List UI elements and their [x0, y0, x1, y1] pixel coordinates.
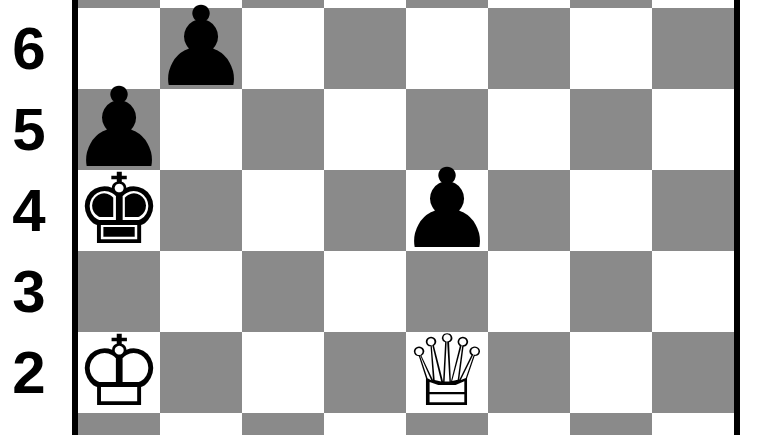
square-f1[interactable]: [488, 413, 570, 435]
square-h6[interactable]: [652, 8, 734, 89]
white-queen-piece: ♕: [403, 322, 491, 420]
square-g7[interactable]: [570, 0, 652, 8]
square-a4[interactable]: ♚: [78, 170, 160, 251]
square-e7[interactable]: [406, 0, 488, 8]
square-a2[interactable]: ♔: [78, 332, 160, 413]
square-a6[interactable]: [78, 8, 160, 89]
square-g2[interactable]: [570, 332, 652, 413]
square-b6[interactable]: ♟: [160, 8, 242, 89]
square-c2[interactable]: [242, 332, 324, 413]
square-h2[interactable]: [652, 332, 734, 413]
square-f4[interactable]: [488, 170, 570, 251]
black-pawn-piece: ♟: [70, 73, 169, 183]
square-f2[interactable]: [488, 332, 570, 413]
square-b3[interactable]: [160, 251, 242, 332]
square-e5[interactable]: [406, 89, 488, 170]
square-e2[interactable]: ♕: [406, 332, 488, 413]
square-c1[interactable]: [242, 413, 324, 435]
square-h3[interactable]: [652, 251, 734, 332]
square-d2[interactable]: [324, 332, 406, 413]
square-b2[interactable]: [160, 332, 242, 413]
square-b1[interactable]: [160, 413, 242, 435]
square-g6[interactable]: [570, 8, 652, 89]
square-f7[interactable]: [488, 0, 570, 8]
black-pawn-piece: ♟: [152, 0, 251, 102]
square-f6[interactable]: [488, 8, 570, 89]
square-e4[interactable]: ♟: [406, 170, 488, 251]
square-g5[interactable]: [570, 89, 652, 170]
square-d4[interactable]: [324, 170, 406, 251]
white-king-piece: ♔: [75, 322, 163, 420]
square-d1[interactable]: [324, 413, 406, 435]
square-d6[interactable]: [324, 8, 406, 89]
square-f5[interactable]: [488, 89, 570, 170]
rank-label-3: 3: [0, 251, 72, 332]
square-a5[interactable]: ♟: [78, 89, 160, 170]
square-d3[interactable]: [324, 251, 406, 332]
square-e6[interactable]: [406, 8, 488, 89]
rank-label-5: 5: [0, 89, 72, 170]
square-g3[interactable]: [570, 251, 652, 332]
square-h5[interactable]: [652, 89, 734, 170]
square-d7[interactable]: [324, 0, 406, 8]
square-e1[interactable]: [406, 413, 488, 435]
square-c3[interactable]: [242, 251, 324, 332]
square-c7[interactable]: [242, 0, 324, 8]
rank-label-6: 6: [0, 8, 72, 89]
square-c6[interactable]: [242, 8, 324, 89]
square-h7[interactable]: [652, 0, 734, 8]
square-b7[interactable]: [160, 0, 242, 8]
square-e3[interactable]: [406, 251, 488, 332]
rank-label-2: 2: [0, 332, 72, 413]
square-a7[interactable]: [78, 0, 160, 8]
square-h4[interactable]: [652, 170, 734, 251]
rank-label-4: 4: [0, 170, 72, 251]
square-d5[interactable]: [324, 89, 406, 170]
square-g4[interactable]: [570, 170, 652, 251]
square-b4[interactable]: [160, 170, 242, 251]
chess-board: ♟♟♚♟♔♕: [72, 0, 740, 435]
square-c4[interactable]: [242, 170, 324, 251]
black-pawn-piece: ♟: [398, 154, 497, 264]
square-f3[interactable]: [488, 251, 570, 332]
rank-labels: 65432: [0, 0, 72, 435]
black-king-piece: ♚: [75, 160, 163, 258]
square-h1[interactable]: [652, 413, 734, 435]
board-grid: ♟♟♚♟♔♕: [78, 0, 734, 435]
square-b5[interactable]: [160, 89, 242, 170]
square-a3[interactable]: [78, 251, 160, 332]
chess-diagram: 65432 ♟♟♚♟♔♕: [0, 0, 760, 435]
square-g1[interactable]: [570, 413, 652, 435]
square-a1[interactable]: [78, 413, 160, 435]
square-c5[interactable]: [242, 89, 324, 170]
